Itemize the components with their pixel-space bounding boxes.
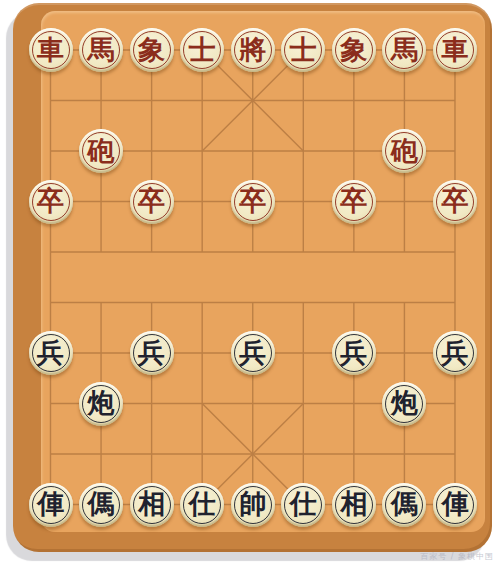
piece-glyph: 士 — [290, 36, 317, 63]
piece-glyph: 象 — [138, 36, 165, 63]
piece-相[interactable]: 相 — [332, 483, 376, 527]
piece-glyph: 兵 — [441, 339, 468, 366]
piece-glyph: 卒 — [37, 187, 64, 214]
piece-glyph: 傌 — [391, 490, 418, 517]
board-surface[interactable] — [41, 11, 485, 532]
piece-glyph: 仕 — [290, 490, 317, 517]
piece-兵[interactable]: 兵 — [29, 331, 73, 375]
piece-glyph: 相 — [340, 490, 367, 517]
piece-仕[interactable]: 仕 — [281, 483, 325, 527]
watermark: 百家号 / 象棋中国 — [420, 551, 494, 562]
piece-卒[interactable]: 卒 — [231, 180, 275, 224]
piece-俥[interactable]: 俥 — [433, 483, 477, 527]
piece-glyph: 砲 — [88, 137, 115, 164]
piece-glyph: 將 — [239, 36, 266, 63]
piece-glyph: 車 — [441, 36, 468, 63]
piece-glyph: 仕 — [189, 490, 216, 517]
piece-glyph: 象 — [340, 36, 367, 63]
piece-glyph: 卒 — [138, 187, 165, 214]
piece-士[interactable]: 士 — [281, 28, 325, 72]
piece-卒[interactable]: 卒 — [332, 180, 376, 224]
piece-glyph: 砲 — [391, 137, 418, 164]
piece-卒[interactable]: 卒 — [130, 180, 174, 224]
piece-glyph: 馬 — [391, 36, 418, 63]
piece-glyph: 兵 — [340, 339, 367, 366]
piece-glyph: 車 — [37, 36, 64, 63]
piece-glyph: 士 — [189, 36, 216, 63]
piece-glyph: 傌 — [88, 490, 115, 517]
piece-兵[interactable]: 兵 — [332, 331, 376, 375]
piece-兵[interactable]: 兵 — [433, 331, 477, 375]
piece-glyph: 卒 — [340, 187, 367, 214]
piece-glyph: 俥 — [441, 490, 468, 517]
piece-砲[interactable]: 砲 — [79, 129, 123, 173]
page-background: 車馬象士將士象馬車砲砲卒卒卒卒卒兵兵兵兵兵炮炮俥傌相仕帥仕相傌俥 百家号 / 象… — [0, 0, 500, 564]
piece-將[interactable]: 將 — [231, 28, 275, 72]
piece-象[interactable]: 象 — [332, 28, 376, 72]
piece-兵[interactable]: 兵 — [231, 331, 275, 375]
piece-兵[interactable]: 兵 — [130, 331, 174, 375]
piece-glyph: 兵 — [37, 339, 64, 366]
piece-glyph: 炮 — [88, 389, 115, 416]
piece-glyph: 卒 — [239, 187, 266, 214]
piece-炮[interactable]: 炮 — [382, 382, 426, 426]
piece-glyph: 俥 — [37, 490, 64, 517]
piece-glyph: 卒 — [441, 187, 468, 214]
piece-glyph: 兵 — [239, 339, 266, 366]
piece-卒[interactable]: 卒 — [433, 180, 477, 224]
piece-glyph: 馬 — [88, 36, 115, 63]
piece-士[interactable]: 士 — [180, 28, 224, 72]
piece-相[interactable]: 相 — [130, 483, 174, 527]
piece-俥[interactable]: 俥 — [29, 483, 73, 527]
xiangqi-board — [13, 3, 492, 552]
piece-炮[interactable]: 炮 — [79, 382, 123, 426]
piece-傌[interactable]: 傌 — [382, 483, 426, 527]
piece-象[interactable]: 象 — [130, 28, 174, 72]
piece-車[interactable]: 車 — [433, 28, 477, 72]
piece-馬[interactable]: 馬 — [79, 28, 123, 72]
piece-glyph: 相 — [138, 490, 165, 517]
piece-車[interactable]: 車 — [29, 28, 73, 72]
piece-傌[interactable]: 傌 — [79, 483, 123, 527]
piece-glyph: 帥 — [239, 490, 266, 517]
piece-卒[interactable]: 卒 — [29, 180, 73, 224]
piece-帥[interactable]: 帥 — [231, 483, 275, 527]
piece-glyph: 炮 — [391, 389, 418, 416]
piece-glyph: 兵 — [138, 339, 165, 366]
piece-仕[interactable]: 仕 — [180, 483, 224, 527]
